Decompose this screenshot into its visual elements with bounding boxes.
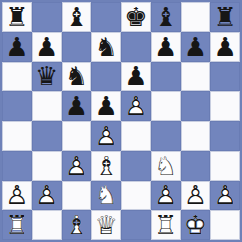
square-b1[interactable]	[32, 210, 62, 240]
square-h2[interactable]: ♟♙	[210, 181, 240, 211]
square-h5[interactable]	[210, 91, 240, 121]
square-g6[interactable]	[181, 62, 211, 92]
piece-black-knight: ♞	[62, 62, 92, 92]
white-piece-outline: ♙	[62, 151, 92, 181]
piece-black-knight: ♞	[91, 32, 121, 62]
square-g2[interactable]: ♟♙	[181, 181, 211, 211]
square-h1[interactable]	[210, 210, 240, 240]
black-piece-body: ♟	[181, 32, 211, 62]
square-f8[interactable]: ♝	[151, 2, 181, 32]
square-h4[interactable]	[210, 121, 240, 151]
black-piece-body: ♟	[32, 32, 62, 62]
square-f5[interactable]	[151, 91, 181, 121]
square-h3[interactable]	[210, 151, 240, 181]
square-d6[interactable]	[91, 62, 121, 92]
piece-black-rook: ♜	[2, 2, 32, 32]
square-a4[interactable]	[2, 121, 32, 151]
black-piece-body: ♝	[151, 2, 181, 32]
square-d5[interactable]: ♟	[91, 91, 121, 121]
square-f7[interactable]: ♟	[151, 32, 181, 62]
square-g7[interactable]: ♟	[181, 32, 211, 62]
square-e5[interactable]: ♟♙	[121, 91, 151, 121]
white-piece-outline: ♙	[2, 181, 32, 211]
white-piece-outline: ♙	[32, 181, 62, 211]
square-g1[interactable]: ♚♔	[181, 210, 211, 240]
square-g4[interactable]	[181, 121, 211, 151]
piece-black-pawn: ♟	[181, 32, 211, 62]
white-piece-outline: ♗	[91, 151, 121, 181]
black-piece-body: ♟	[62, 91, 92, 121]
square-c6[interactable]: ♞	[62, 62, 92, 92]
white-piece-outline: ♙	[210, 181, 240, 211]
square-b5[interactable]	[32, 91, 62, 121]
square-e7[interactable]	[121, 32, 151, 62]
square-d7[interactable]: ♞	[91, 32, 121, 62]
piece-white-pawn: ♟♙	[121, 91, 151, 121]
piece-white-knight: ♞♘	[91, 181, 121, 211]
piece-white-knight: ♞♘	[151, 151, 181, 181]
square-b8[interactable]	[32, 2, 62, 32]
white-piece-outline: ♘	[91, 181, 121, 211]
piece-black-pawn: ♟	[91, 91, 121, 121]
black-piece-body: ♜	[2, 2, 32, 32]
piece-white-king: ♚♔	[181, 210, 211, 240]
square-h7[interactable]: ♟	[210, 32, 240, 62]
square-e8[interactable]: ♚	[121, 2, 151, 32]
square-d1[interactable]: ♛♕	[91, 210, 121, 240]
piece-white-queen: ♛♕	[91, 210, 121, 240]
square-f4[interactable]	[151, 121, 181, 151]
piece-white-pawn: ♟♙	[2, 181, 32, 211]
piece-white-pawn: ♟♙	[62, 151, 92, 181]
square-e2[interactable]	[121, 181, 151, 211]
white-piece-outline: ♗	[62, 210, 92, 240]
black-piece-body: ♟	[2, 32, 32, 62]
square-c7[interactable]	[62, 32, 92, 62]
black-piece-body: ♟	[210, 32, 240, 62]
piece-black-bishop: ♝	[62, 2, 92, 32]
piece-black-pawn: ♟	[121, 62, 151, 92]
square-c2[interactable]	[62, 181, 92, 211]
square-a5[interactable]	[2, 91, 32, 121]
square-f1[interactable]: ♜♖	[151, 210, 181, 240]
square-g3[interactable]	[181, 151, 211, 181]
piece-white-pawn: ♟♙	[32, 181, 62, 211]
black-piece-body: ♞	[62, 62, 92, 92]
piece-black-queen: ♛	[32, 62, 62, 92]
square-e3[interactable]	[121, 151, 151, 181]
black-piece-body: ♞	[91, 32, 121, 62]
black-piece-body: ♝	[62, 2, 92, 32]
piece-white-rook: ♜♖	[2, 210, 32, 240]
black-piece-body: ♟	[121, 62, 151, 92]
square-b4[interactable]	[32, 121, 62, 151]
piece-black-pawn: ♟	[2, 32, 32, 62]
square-g8[interactable]	[181, 2, 211, 32]
square-e4[interactable]	[121, 121, 151, 151]
square-h8[interactable]: ♜	[210, 2, 240, 32]
white-piece-outline: ♙	[181, 181, 211, 211]
piece-black-pawn: ♟	[151, 32, 181, 62]
square-d3[interactable]: ♝♗	[91, 151, 121, 181]
white-piece-outline: ♕	[91, 210, 121, 240]
square-c8[interactable]: ♝	[62, 2, 92, 32]
piece-black-pawn: ♟	[210, 32, 240, 62]
square-h6[interactable]	[210, 62, 240, 92]
piece-black-rook: ♜	[210, 2, 240, 32]
white-piece-outline: ♖	[151, 210, 181, 240]
square-f6[interactable]	[151, 62, 181, 92]
black-piece-body: ♟	[151, 32, 181, 62]
square-e1[interactable]	[121, 210, 151, 240]
piece-white-bishop: ♝♗	[91, 151, 121, 181]
square-f2[interactable]: ♟♙	[151, 181, 181, 211]
piece-white-pawn: ♟♙	[91, 121, 121, 151]
square-b2[interactable]: ♟♙	[32, 181, 62, 211]
square-c5[interactable]: ♟	[62, 91, 92, 121]
white-piece-outline: ♙	[151, 181, 181, 211]
square-b3[interactable]	[32, 151, 62, 181]
piece-white-bishop: ♝♗	[62, 210, 92, 240]
piece-black-pawn: ♟	[62, 91, 92, 121]
black-piece-body: ♜	[210, 2, 240, 32]
piece-white-rook: ♜♖	[151, 210, 181, 240]
square-a3[interactable]	[2, 151, 32, 181]
square-a1[interactable]: ♜♖	[2, 210, 32, 240]
square-c1[interactable]: ♝♗	[62, 210, 92, 240]
square-b7[interactable]: ♟	[32, 32, 62, 62]
square-c4[interactable]	[62, 121, 92, 151]
square-a8[interactable]: ♜	[2, 2, 32, 32]
piece-white-pawn: ♟♙	[151, 181, 181, 211]
piece-white-pawn: ♟♙	[210, 181, 240, 211]
white-piece-outline: ♖	[2, 210, 32, 240]
square-g5[interactable]	[181, 91, 211, 121]
square-d4[interactable]: ♟♙	[91, 121, 121, 151]
piece-black-pawn: ♟	[32, 32, 62, 62]
square-b6[interactable]: ♛	[32, 62, 62, 92]
black-piece-body: ♚	[121, 2, 151, 32]
piece-white-pawn: ♟♙	[181, 181, 211, 211]
black-piece-body: ♛	[32, 62, 62, 92]
white-piece-outline: ♙	[91, 121, 121, 151]
square-f3[interactable]: ♞♘	[151, 151, 181, 181]
black-piece-body: ♟	[91, 91, 121, 121]
square-c3[interactable]: ♟♙	[62, 151, 92, 181]
white-piece-outline: ♘	[151, 151, 181, 181]
white-piece-outline: ♔	[181, 210, 211, 240]
square-a7[interactable]: ♟	[2, 32, 32, 62]
piece-black-bishop: ♝	[151, 2, 181, 32]
square-d8[interactable]	[91, 2, 121, 32]
piece-black-king: ♚	[121, 2, 151, 32]
square-a2[interactable]: ♟♙	[2, 181, 32, 211]
chess-board: ♜♝♚♝♜♟♟♞♟♟♟♛♞♟♟♟♟♙♟♙♟♙♝♗♞♘♟♙♟♙♞♘♟♙♟♙♟♙♜♖…	[0, 0, 242, 242]
square-a6[interactable]	[2, 62, 32, 92]
white-piece-outline: ♙	[121, 91, 151, 121]
square-e6[interactable]: ♟	[121, 62, 151, 92]
square-d2[interactable]: ♞♘	[91, 181, 121, 211]
